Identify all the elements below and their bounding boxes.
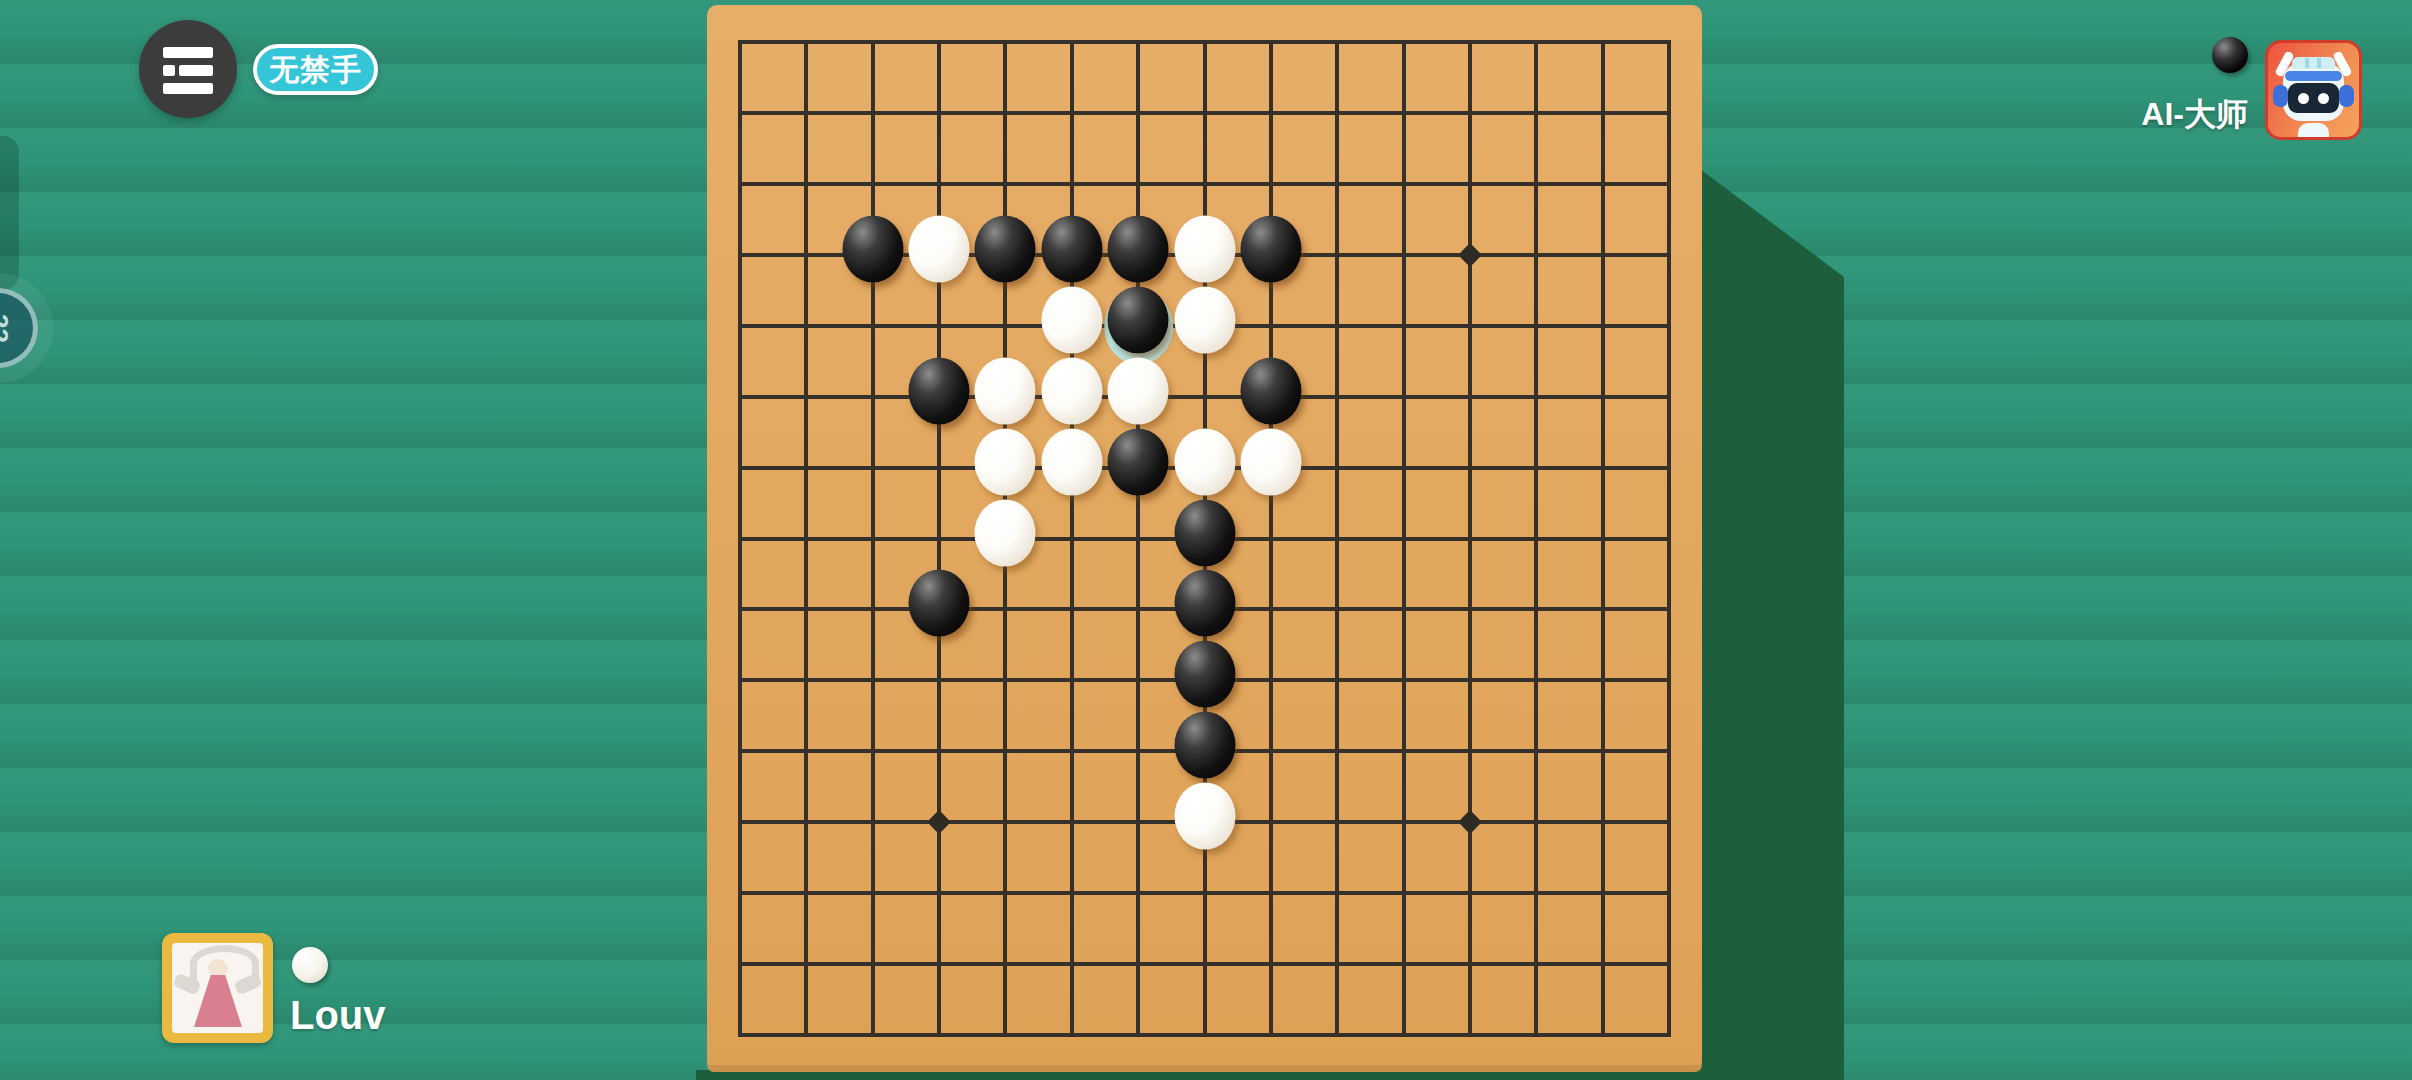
white-stone [975,357,1036,424]
grid-line-v [1534,40,1538,1037]
black-stone [1108,286,1169,353]
star-point [1458,243,1482,267]
grid-line-v [1335,40,1339,1037]
rule-badge: 无禁手 [253,44,378,95]
white-stone [975,499,1036,566]
grid-line-h [738,891,1671,895]
grid-line-v [1468,40,1472,1037]
black-stone [1174,641,1235,708]
white-stone [1174,286,1235,353]
black-stone [1041,215,1102,282]
player-avatar [162,933,273,1043]
move-counter-value: 22 [0,314,13,343]
star-point [927,810,951,834]
ai-avatar [2265,40,2362,140]
white-stone [1041,286,1102,353]
board-grid[interactable] [740,42,1669,1035]
black-stone-icon [2212,37,2248,73]
grid-line-v [1601,40,1605,1037]
user-player-name: Louv [290,993,386,1038]
grid-line-h [738,1033,1671,1037]
robot-ear-right [2339,85,2354,107]
black-stone [1174,712,1235,779]
black-stone [1174,570,1235,637]
player-avatar-art [172,943,263,1033]
robot-cap [2292,57,2335,69]
robot-eye-left [2298,93,2309,104]
robot-ear-left [2273,85,2288,107]
robot-helmet-band [2285,71,2342,81]
ai-player-name: AI-大师 [2050,93,2248,137]
star-point [1458,810,1482,834]
white-stone [1041,357,1102,424]
black-stone [975,215,1036,282]
white-stone [975,428,1036,495]
grid-line-v [1402,40,1406,1037]
gomoku-board[interactable] [707,5,1702,1072]
white-stone [1174,783,1235,850]
black-stone [1108,428,1169,495]
grid-line-v [1269,40,1273,1037]
side-drawer-handle[interactable] [0,136,19,290]
hamburger-icon [163,47,213,58]
white-stone [1108,357,1169,424]
robot-eye-right [2318,93,2329,104]
grid-line-v [1667,40,1671,1037]
black-stone [1174,499,1235,566]
grid-line-h [738,962,1671,966]
white-stone [1174,215,1235,282]
robot-body [2298,123,2329,140]
game-screen: 无禁手 22 AI-大师 Louv [0,0,2412,1080]
white-stone [1240,428,1301,495]
black-stone [842,215,903,282]
black-stone [909,357,970,424]
black-stone [1240,215,1301,282]
black-stone [909,570,970,637]
menu-button[interactable] [139,20,237,118]
black-stone [1108,215,1169,282]
white-stone [1041,428,1102,495]
white-stone-icon [292,947,328,983]
robot-visor [2288,83,2339,113]
white-stone [1174,428,1235,495]
white-stone [909,215,970,282]
black-stone [1240,357,1301,424]
